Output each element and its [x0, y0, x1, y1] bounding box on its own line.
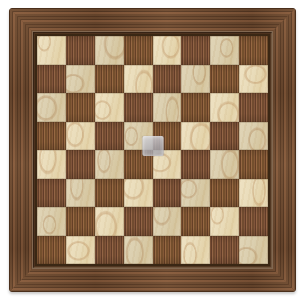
square-e6[interactable] — [153, 93, 182, 122]
loading-placeholder-icon — [142, 136, 163, 156]
square-b4[interactable] — [66, 150, 95, 179]
square-a1[interactable] — [37, 236, 66, 265]
board-frame-bottom-rail — [10, 269, 295, 291]
square-h8[interactable] — [239, 36, 268, 65]
square-a2[interactable] — [37, 207, 66, 236]
square-a3[interactable] — [37, 179, 66, 208]
square-f4[interactable] — [181, 150, 210, 179]
square-e8[interactable] — [153, 36, 182, 65]
square-a7[interactable] — [37, 65, 66, 94]
square-c6[interactable] — [95, 93, 124, 122]
square-e3[interactable] — [153, 179, 182, 208]
square-h3[interactable] — [239, 179, 268, 208]
square-h5[interactable] — [239, 122, 268, 151]
square-f3[interactable] — [181, 179, 210, 208]
square-b3[interactable] — [66, 179, 95, 208]
board-frame-top-rail — [10, 9, 295, 31]
square-d1[interactable] — [124, 236, 153, 265]
product-photo-background — [0, 0, 305, 300]
square-b2[interactable] — [66, 207, 95, 236]
square-g8[interactable] — [210, 36, 239, 65]
square-c7[interactable] — [95, 65, 124, 94]
square-b7[interactable] — [66, 65, 95, 94]
square-b5[interactable] — [66, 122, 95, 151]
square-c8[interactable] — [95, 36, 124, 65]
board-frame-right-rail — [273, 9, 295, 291]
square-b1[interactable] — [66, 236, 95, 265]
square-c3[interactable] — [95, 179, 124, 208]
square-h4[interactable] — [239, 150, 268, 179]
square-c4[interactable] — [95, 150, 124, 179]
square-h1[interactable] — [239, 236, 268, 265]
square-h7[interactable] — [239, 65, 268, 94]
square-f1[interactable] — [181, 236, 210, 265]
square-g7[interactable] — [210, 65, 239, 94]
square-c5[interactable] — [95, 122, 124, 151]
square-c1[interactable] — [95, 236, 124, 265]
square-f7[interactable] — [181, 65, 210, 94]
square-g4[interactable] — [210, 150, 239, 179]
square-f2[interactable] — [181, 207, 210, 236]
square-g1[interactable] — [210, 236, 239, 265]
square-f8[interactable] — [181, 36, 210, 65]
square-g5[interactable] — [210, 122, 239, 151]
square-d8[interactable] — [124, 36, 153, 65]
square-a6[interactable] — [37, 93, 66, 122]
square-d3[interactable] — [124, 179, 153, 208]
square-b8[interactable] — [66, 36, 95, 65]
square-a8[interactable] — [37, 36, 66, 65]
chess-board — [9, 8, 296, 292]
square-d7[interactable] — [124, 65, 153, 94]
square-d6[interactable] — [124, 93, 153, 122]
square-a5[interactable] — [37, 122, 66, 151]
square-g2[interactable] — [210, 207, 239, 236]
board-frame-left-rail — [10, 9, 32, 291]
square-a4[interactable] — [37, 150, 66, 179]
square-f5[interactable] — [181, 122, 210, 151]
square-e2[interactable] — [153, 207, 182, 236]
square-g3[interactable] — [210, 179, 239, 208]
square-e7[interactable] — [153, 65, 182, 94]
square-h2[interactable] — [239, 207, 268, 236]
square-h6[interactable] — [239, 93, 268, 122]
square-b6[interactable] — [66, 93, 95, 122]
square-g6[interactable] — [210, 93, 239, 122]
square-d2[interactable] — [124, 207, 153, 236]
square-c2[interactable] — [95, 207, 124, 236]
square-f6[interactable] — [181, 93, 210, 122]
square-e1[interactable] — [153, 236, 182, 265]
